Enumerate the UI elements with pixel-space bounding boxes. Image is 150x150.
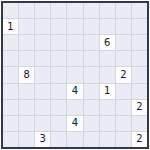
empty-cell-r0c5[interactable] xyxy=(84,3,99,18)
empty-cell-r6c0[interactable] xyxy=(3,100,18,115)
empty-cell-r2c3[interactable] xyxy=(51,35,66,50)
empty-cell-r2c0[interactable] xyxy=(3,35,18,50)
empty-cell-r6c3[interactable] xyxy=(51,100,66,115)
empty-cell-r8c4[interactable] xyxy=(67,132,82,147)
empty-cell-r8c0[interactable] xyxy=(3,132,18,147)
empty-cell-r6c5[interactable] xyxy=(84,100,99,115)
empty-cell-r1c1[interactable] xyxy=(19,19,34,34)
empty-cell-r3c8[interactable] xyxy=(132,51,147,66)
clue-cell-r7c4: 4 xyxy=(67,116,82,131)
empty-cell-r1c8[interactable] xyxy=(132,19,147,34)
empty-cell-r1c2[interactable] xyxy=(35,19,50,34)
empty-cell-r3c5[interactable] xyxy=(84,51,99,66)
empty-cell-r6c1[interactable] xyxy=(19,100,34,115)
empty-cell-r7c1[interactable] xyxy=(19,116,34,131)
empty-cell-r3c0[interactable] xyxy=(3,51,18,66)
empty-cell-r2c2[interactable] xyxy=(35,35,50,50)
empty-cell-r6c2[interactable] xyxy=(35,100,50,115)
empty-cell-r0c2[interactable] xyxy=(35,3,50,18)
empty-cell-r6c4[interactable] xyxy=(67,100,82,115)
empty-cell-r5c0[interactable] xyxy=(3,84,18,99)
empty-cell-r3c7[interactable] xyxy=(116,51,131,66)
clue-cell-r4c1: 8 xyxy=(19,67,34,82)
empty-cell-r4c5[interactable] xyxy=(84,67,99,82)
empty-cell-r6c7[interactable] xyxy=(116,100,131,115)
empty-cell-r4c2[interactable] xyxy=(35,67,50,82)
empty-cell-r2c1[interactable] xyxy=(19,35,34,50)
puzzle-board: 1682412432 xyxy=(1,1,149,149)
empty-cell-r1c3[interactable] xyxy=(51,19,66,34)
empty-cell-r0c8[interactable] xyxy=(132,3,147,18)
clue-cell-r8c8: 2 xyxy=(132,132,147,147)
empty-cell-r4c0[interactable] xyxy=(3,67,18,82)
empty-cell-r8c6[interactable] xyxy=(100,132,115,147)
clue-cell-r2c6: 6 xyxy=(100,35,115,50)
empty-cell-r3c1[interactable] xyxy=(19,51,34,66)
empty-cell-r7c0[interactable] xyxy=(3,116,18,131)
empty-cell-r5c7[interactable] xyxy=(116,84,131,99)
clue-cell-r1c0: 1 xyxy=(3,19,18,34)
clue-cell-r6c8: 2 xyxy=(132,100,147,115)
clue-cell-r8c2: 3 xyxy=(35,132,50,147)
clue-cell-r4c7: 2 xyxy=(116,67,131,82)
empty-cell-r7c5[interactable] xyxy=(84,116,99,131)
empty-cell-r5c5[interactable] xyxy=(84,84,99,99)
empty-cell-r1c5[interactable] xyxy=(84,19,99,34)
empty-cell-r1c6[interactable] xyxy=(100,19,115,34)
empty-cell-r2c8[interactable] xyxy=(132,35,147,50)
empty-cell-r0c0[interactable] xyxy=(3,3,18,18)
empty-cell-r7c6[interactable] xyxy=(100,116,115,131)
empty-cell-r1c4[interactable] xyxy=(67,19,82,34)
empty-cell-r5c8[interactable] xyxy=(132,84,147,99)
empty-cell-r2c4[interactable] xyxy=(67,35,82,50)
empty-cell-r3c2[interactable] xyxy=(35,51,50,66)
empty-cell-r0c6[interactable] xyxy=(100,3,115,18)
empty-cell-r7c8[interactable] xyxy=(132,116,147,131)
empty-cell-r7c7[interactable] xyxy=(116,116,131,131)
empty-cell-r8c7[interactable] xyxy=(116,132,131,147)
empty-cell-r0c3[interactable] xyxy=(51,3,66,18)
empty-cell-r5c1[interactable] xyxy=(19,84,34,99)
empty-cell-r6c6[interactable] xyxy=(100,100,115,115)
empty-cell-r2c7[interactable] xyxy=(116,35,131,50)
empty-cell-r0c4[interactable] xyxy=(67,3,82,18)
empty-cell-r0c1[interactable] xyxy=(19,3,34,18)
empty-cell-r3c4[interactable] xyxy=(67,51,82,66)
empty-cell-r3c3[interactable] xyxy=(51,51,66,66)
empty-cell-r3c6[interactable] xyxy=(100,51,115,66)
empty-cell-r0c7[interactable] xyxy=(116,3,131,18)
empty-cell-r4c3[interactable] xyxy=(51,67,66,82)
empty-cell-r4c8[interactable] xyxy=(132,67,147,82)
empty-cell-r8c5[interactable] xyxy=(84,132,99,147)
clue-cell-r5c4: 4 xyxy=(67,84,82,99)
empty-cell-r7c3[interactable] xyxy=(51,116,66,131)
empty-cell-r4c4[interactable] xyxy=(67,67,82,82)
empty-cell-r8c1[interactable] xyxy=(19,132,34,147)
empty-cell-r4c6[interactable] xyxy=(100,67,115,82)
empty-cell-r8c3[interactable] xyxy=(51,132,66,147)
empty-cell-r2c5[interactable] xyxy=(84,35,99,50)
empty-cell-r5c2[interactable] xyxy=(35,84,50,99)
empty-cell-r7c2[interactable] xyxy=(35,116,50,131)
empty-cell-r1c7[interactable] xyxy=(116,19,131,34)
clue-cell-r5c6: 1 xyxy=(100,84,115,99)
empty-cell-r5c3[interactable] xyxy=(51,84,66,99)
